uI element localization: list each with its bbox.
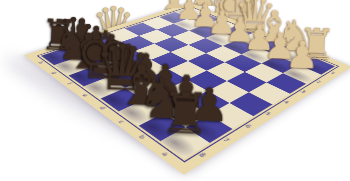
product-photo-background: ♛ ♛ ♜♞♝♚♛♝♞♜♟♟♟♟♟♟♟♟♟♟♟♟♟♟♟♟♜♞♝♚♛♝♞♜ hgf… bbox=[0, 0, 350, 181]
piece-black-rook-a8[interactable]: ♜ bbox=[144, 85, 226, 144]
board-scene: ♜♞♝♚♛♝♞♜♟♟♟♟♟♟♟♟♟♟♟♟♟♟♟♟♜♞♝♚♛♝♞♜ hgfedcb… bbox=[0, 0, 350, 181]
piece-white-pawn-a2[interactable]: ♟ bbox=[271, 36, 335, 76]
chess-board: ♜♞♝♚♛♝♞♜♟♟♟♟♟♟♟♟♟♟♟♟♟♟♟♟♜♞♝♚♛♝♞♜ hgfedcb… bbox=[24, 3, 350, 175]
playing-field: ♜♞♝♚♛♝♞♜♟♟♟♟♟♟♟♟♟♟♟♟♟♟♟♟♜♞♝♚♛♝♞♜ bbox=[41, 7, 335, 158]
